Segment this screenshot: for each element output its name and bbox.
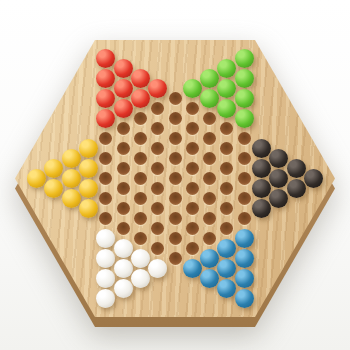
hole-10-2[interactable] xyxy=(203,112,216,125)
peg-white[interactable] xyxy=(114,239,133,258)
peg-blue[interactable] xyxy=(235,249,254,268)
hole-8-1[interactable] xyxy=(169,112,182,125)
hole-7-7[interactable] xyxy=(151,222,164,235)
peg-white[interactable] xyxy=(96,289,115,308)
peg-black[interactable] xyxy=(252,199,271,218)
hole-6-6[interactable] xyxy=(134,192,147,205)
peg-blue[interactable] xyxy=(235,289,254,308)
hole-9-7[interactable] xyxy=(186,222,199,235)
peg-yellow[interactable] xyxy=(62,149,81,168)
hole-12-4[interactable] xyxy=(238,132,251,145)
peg-red[interactable] xyxy=(96,49,115,68)
hole-8-0[interactable] xyxy=(169,92,182,105)
peg-blue[interactable] xyxy=(217,239,236,258)
peg-blue[interactable] xyxy=(183,259,202,278)
peg-black[interactable] xyxy=(304,169,323,188)
hole-4-5[interactable] xyxy=(99,152,112,165)
peg-green[interactable] xyxy=(200,69,219,88)
board-wrapper xyxy=(15,40,335,327)
hole-8-5[interactable] xyxy=(169,192,182,205)
peg-white[interactable] xyxy=(96,229,115,248)
peg-yellow[interactable] xyxy=(79,179,98,198)
peg-red[interactable] xyxy=(131,69,150,88)
peg-black[interactable] xyxy=(269,189,288,208)
hole-10-7[interactable] xyxy=(203,212,216,225)
hole-10-3[interactable] xyxy=(203,132,216,145)
hole-8-7[interactable] xyxy=(169,232,182,245)
peg-white[interactable] xyxy=(114,259,133,278)
peg-green[interactable] xyxy=(217,59,236,78)
peg-red[interactable] xyxy=(114,99,133,118)
peg-red[interactable] xyxy=(114,59,133,78)
peg-black[interactable] xyxy=(269,169,288,188)
hole-7-2[interactable] xyxy=(151,122,164,135)
hole-9-5[interactable] xyxy=(186,182,199,195)
peg-black[interactable] xyxy=(287,159,306,178)
peg-yellow[interactable] xyxy=(62,169,81,188)
hole-9-1[interactable] xyxy=(186,102,199,115)
hole-10-5[interactable] xyxy=(203,172,216,185)
peg-black[interactable] xyxy=(269,149,288,168)
peg-green[interactable] xyxy=(235,69,254,88)
peg-yellow[interactable] xyxy=(27,169,46,188)
peg-green[interactable] xyxy=(217,99,236,118)
hole-9-6[interactable] xyxy=(186,202,199,215)
peg-red[interactable] xyxy=(96,89,115,108)
peg-red[interactable] xyxy=(96,69,115,88)
hole-5-7[interactable] xyxy=(117,202,130,215)
peg-green[interactable] xyxy=(200,89,219,108)
hole-12-8[interactable] xyxy=(238,212,251,225)
peg-red[interactable] xyxy=(148,79,167,98)
hole-7-1[interactable] xyxy=(151,102,164,115)
hole-6-4[interactable] xyxy=(134,152,147,165)
hole-4-7[interactable] xyxy=(99,192,112,205)
hole-10-4[interactable] xyxy=(203,152,216,165)
peg-blue[interactable] xyxy=(235,269,254,288)
chinese-checkers-board xyxy=(15,40,335,317)
hole-8-2[interactable] xyxy=(169,132,182,145)
peg-white[interactable] xyxy=(131,249,150,268)
peg-white[interactable] xyxy=(131,269,150,288)
peg-red[interactable] xyxy=(96,109,115,128)
peg-blue[interactable] xyxy=(200,269,219,288)
peg-black[interactable] xyxy=(287,179,306,198)
peg-yellow[interactable] xyxy=(44,179,63,198)
hole-4-4[interactable] xyxy=(99,132,112,145)
peg-yellow[interactable] xyxy=(62,189,81,208)
hole-5-3[interactable] xyxy=(117,122,130,135)
hole-4-8[interactable] xyxy=(99,212,112,225)
peg-black[interactable] xyxy=(252,139,271,158)
peg-green[interactable] xyxy=(183,79,202,98)
peg-white[interactable] xyxy=(114,279,133,298)
hole-5-6[interactable] xyxy=(117,182,130,195)
hole-11-8[interactable] xyxy=(220,222,233,235)
hole-8-6[interactable] xyxy=(169,212,182,225)
hole-6-2[interactable] xyxy=(134,112,147,125)
product-photo-scene xyxy=(0,0,350,350)
peg-black[interactable] xyxy=(252,159,271,178)
hole-11-4[interactable] xyxy=(220,142,233,155)
peg-green[interactable] xyxy=(235,109,254,128)
hole-10-6[interactable] xyxy=(203,192,216,205)
peg-blue[interactable] xyxy=(235,229,254,248)
peg-blue[interactable] xyxy=(200,249,219,268)
hole-11-7[interactable] xyxy=(220,202,233,215)
hole-9-8[interactable] xyxy=(186,242,199,255)
peg-green[interactable] xyxy=(235,49,254,68)
peg-yellow[interactable] xyxy=(44,159,63,178)
hole-6-5[interactable] xyxy=(134,172,147,185)
hole-5-5[interactable] xyxy=(117,162,130,175)
peg-green[interactable] xyxy=(217,79,236,98)
hole-11-5[interactable] xyxy=(220,162,233,175)
hole-8-4[interactable] xyxy=(169,172,182,185)
peg-white[interactable] xyxy=(96,269,115,288)
hole-6-7[interactable] xyxy=(134,212,147,225)
peg-white[interactable] xyxy=(148,259,167,278)
hole-12-5[interactable] xyxy=(238,152,251,165)
peg-yellow[interactable] xyxy=(79,139,98,158)
peg-green[interactable] xyxy=(235,89,254,108)
peg-blue[interactable] xyxy=(217,259,236,278)
hole-6-3[interactable] xyxy=(134,132,147,145)
peg-black[interactable] xyxy=(252,179,271,198)
hole-7-6[interactable] xyxy=(151,202,164,215)
hole-9-3[interactable] xyxy=(186,142,199,155)
hole-5-4[interactable] xyxy=(117,142,130,155)
peg-white[interactable] xyxy=(96,249,115,268)
hole-12-7[interactable] xyxy=(238,192,251,205)
hole-4-6[interactable] xyxy=(99,172,112,185)
peg-yellow[interactable] xyxy=(79,159,98,178)
hole-9-4[interactable] xyxy=(186,162,199,175)
hole-8-3[interactable] xyxy=(169,152,182,165)
hole-8-8[interactable] xyxy=(169,252,182,265)
hole-5-8[interactable] xyxy=(117,222,130,235)
hole-7-5[interactable] xyxy=(151,182,164,195)
hole-7-3[interactable] xyxy=(151,142,164,155)
hole-7-8[interactable] xyxy=(151,242,164,255)
hole-12-6[interactable] xyxy=(238,172,251,185)
hole-9-2[interactable] xyxy=(186,122,199,135)
peg-red[interactable] xyxy=(114,79,133,98)
hole-10-8[interactable] xyxy=(203,232,216,245)
hole-11-6[interactable] xyxy=(220,182,233,195)
peg-red[interactable] xyxy=(131,89,150,108)
hole-11-3[interactable] xyxy=(220,122,233,135)
hole-7-4[interactable] xyxy=(151,162,164,175)
peg-yellow[interactable] xyxy=(79,199,98,218)
peg-blue[interactable] xyxy=(217,279,236,298)
hole-6-8[interactable] xyxy=(134,232,147,245)
